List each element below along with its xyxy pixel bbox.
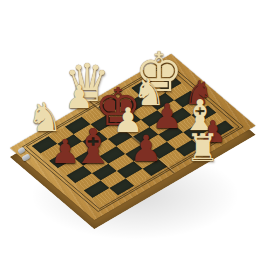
clasp-icon	[16, 146, 32, 164]
clasp-hinge-top	[17, 147, 26, 155]
clasp-hinge-bottom	[21, 153, 30, 161]
product-photo-chess-set: ♚♛♞♞♟♚♟♞♝♟♟♜♝♟♟	[0, 0, 280, 280]
